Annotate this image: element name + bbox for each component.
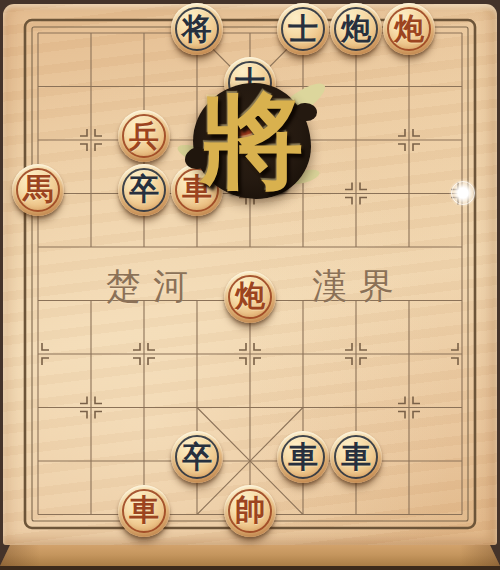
piece-character: 炮	[330, 3, 382, 55]
piece-character: 車	[277, 431, 329, 483]
piece-red-horse[interactable]: 馬	[12, 164, 64, 216]
piece-character: 士	[224, 57, 276, 109]
piece-character: 車	[171, 164, 223, 216]
piece-black-chariot[interactable]: 車	[330, 431, 382, 483]
piece-character: 卒	[118, 164, 170, 216]
piece-character: 炮	[224, 271, 276, 323]
piece-black-chariot[interactable]: 車	[277, 431, 329, 483]
piece-red-chariot[interactable]: 車	[118, 485, 170, 537]
board-front-edge	[0, 545, 500, 566]
piece-red-cannon[interactable]: 炮	[383, 3, 435, 55]
piece-red-chariot[interactable]: 車	[171, 164, 223, 216]
piece-character: 卒	[171, 431, 223, 483]
piece-red-soldier[interactable]: 兵	[118, 110, 170, 162]
piece-character: 馬	[12, 164, 64, 216]
piece-black-advisor[interactable]: 士	[224, 57, 276, 109]
piece-character: 士	[277, 3, 329, 55]
piece-character: 炮	[383, 3, 435, 55]
piece-character: 帥	[224, 485, 276, 537]
piece-black-general[interactable]: 将	[171, 3, 223, 55]
piece-red-general[interactable]: 帥	[224, 485, 276, 537]
piece-black-advisor[interactable]: 士	[277, 3, 329, 55]
piece-black-soldier[interactable]: 卒	[118, 164, 170, 216]
piece-red-cannon[interactable]: 炮	[224, 271, 276, 323]
piece-character: 車	[330, 431, 382, 483]
piece-character: 車	[118, 485, 170, 537]
piece-character: 兵	[118, 110, 170, 162]
piece-black-cannon[interactable]: 炮	[330, 3, 382, 55]
board-shadow	[0, 566, 500, 570]
piece-black-soldier[interactable]: 卒	[171, 431, 223, 483]
piece-character: 将	[171, 3, 223, 55]
